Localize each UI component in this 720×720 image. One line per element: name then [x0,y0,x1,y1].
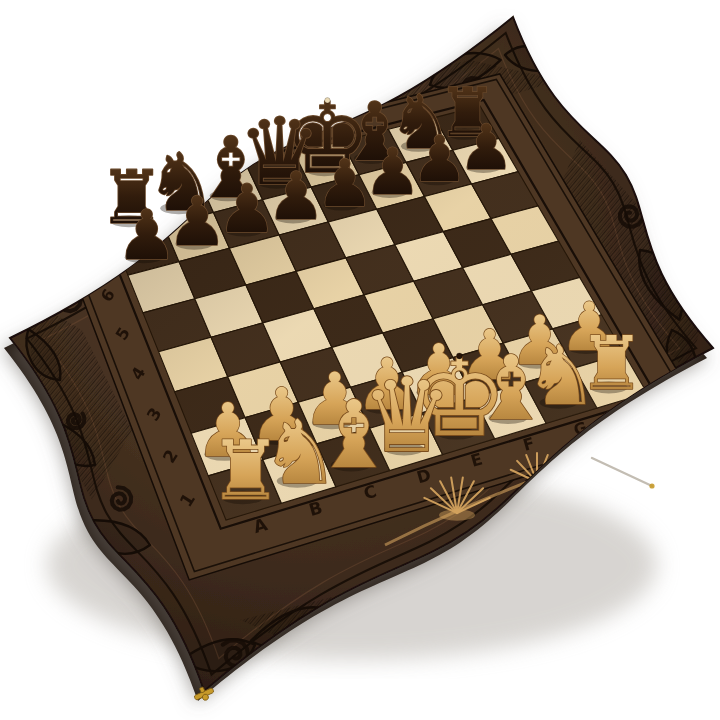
rank-label-8: 8 [69,213,90,232]
engraved-grass [219,96,232,112]
engraved-grass [265,89,280,96]
engraved-grass [596,437,600,456]
carved-chessboard-scene: ABCDEFGH87654321 ♜♞♝♟♚♟♛♟♝♟♞♟♜♟♟♟♟♟♟♜♟♞♟… [0,0,720,720]
engraved-grass [600,448,618,456]
engraved-grass [537,470,563,482]
rank-label-7: 7 [82,248,104,267]
engraved-grass [600,437,604,456]
engraved-grass [269,83,280,96]
engraved-grass-base [439,509,475,521]
piece-white-rook[interactable]: ♜ [209,423,283,518]
carving-spiral-ornament [534,35,548,52]
engraved-grass [587,440,600,456]
engraved-grass [213,103,232,112]
piece-black-pawn[interactable]: ♟ [116,195,178,275]
white-king-finial [456,353,462,359]
metal-pin [592,458,652,486]
engraved-grass [600,440,613,456]
carving-spiral-ornament [676,389,698,414]
photo-canvas: ABCDEFGH87654321 ♜♞♝♟♚♟♛♟♝♟♞♟♜♟♟♟♟♟♟♜♟♞♟… [0,0,720,720]
engraved-bird [591,485,603,487]
black-king-finial [325,98,330,103]
engraved-grass [232,92,237,112]
engraved-grass [276,79,280,96]
engraved-grass [227,92,232,112]
carving-spiral-ornament [51,285,81,311]
engraved-grass [582,448,600,456]
metal-pin-cap [649,483,654,488]
